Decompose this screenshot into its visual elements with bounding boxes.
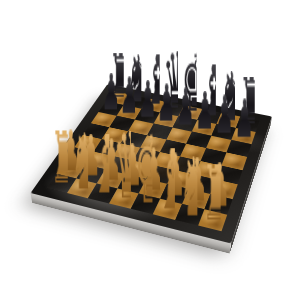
piece-white-rook: ♜ xyxy=(50,131,68,188)
piece-black-pawn: ♟ xyxy=(101,73,117,112)
piece-white-rook: ♜ xyxy=(201,164,220,225)
piece-black-pawn: ♟ xyxy=(195,91,211,131)
piece-white-bishop: ♝ xyxy=(91,134,109,198)
piece-black-pawn: ♟ xyxy=(234,98,250,139)
square-h1: ♜ xyxy=(198,209,227,231)
piece-black-pawn: ♟ xyxy=(119,76,135,115)
piece-black-pawn: ♟ xyxy=(214,95,230,136)
piece-white-queen: ♛ xyxy=(112,131,130,203)
chess-set-scene: ♜♞♝♛♚♝♞♜♟♟♟♟♟♟♟♟♟♟♟♟♟♟♟♟♜♞♝♛♚♝♞♜ xyxy=(0,0,300,300)
piece-white-bishop: ♝ xyxy=(156,148,175,214)
chess-board: ♜♞♝♛♚♝♞♜♟♟♟♟♟♟♟♟♟♟♟♟♟♟♟♟♜♞♝♛♚♝♞♜ xyxy=(31,84,272,243)
piece-black-pawn: ♟ xyxy=(175,87,191,127)
piece-white-knight: ♞ xyxy=(179,156,198,219)
piece-white-king: ♚ xyxy=(134,132,153,208)
product-photo: ♜♞♝♛♚♝♞♜♟♟♟♟♟♟♟♟♟♟♟♟♟♟♟♟♜♞♝♛♚♝♞♜ xyxy=(0,0,300,300)
piece-white-knight: ♞ xyxy=(70,132,88,193)
